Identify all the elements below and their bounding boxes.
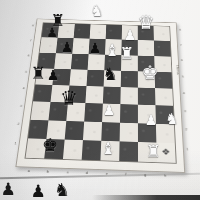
captured-black-knight[interactable]: ♞ [54, 181, 70, 199]
piece-white-pawn-g3[interactable]: ♟ [145, 113, 158, 127]
piece-white-king-g5[interactable]: ♚ [141, 63, 158, 82]
piece-black-king-b1[interactable]: ♚ [42, 136, 58, 154]
piece-black-pawn-d6[interactable]: ♟ [89, 41, 102, 55]
piece-white-rook-f6[interactable]: ♜ [120, 46, 134, 62]
piece-white-knight-d8[interactable]: ♞ [90, 4, 103, 19]
piece-black-rook-a5[interactable]: ♜ [30, 65, 45, 82]
piece-white-pawn-f7[interactable]: ♟ [124, 28, 137, 42]
piece-white-bishop-e1[interactable]: ♝ [101, 141, 115, 157]
captured-black-pawn[interactable]: ♟ [30, 183, 45, 200]
piece-black-knight-e5[interactable]: ♞ [102, 66, 117, 83]
piece-white-knight-h3[interactable]: ♞ [165, 112, 178, 127]
piece-white-pawn-e3[interactable]: ♟ [103, 103, 116, 117]
pieces-layer: ♞♛♟♝♜♚♟♟♞♝♜♜♟♟♟♜♟♞♛♚♟♟♞ [0, 0, 200, 200]
piece-black-queen-c3[interactable]: ♛ [60, 88, 78, 108]
captured-black-pawn[interactable]: ♟ [0, 181, 15, 198]
piece-white-bishop-e6[interactable]: ♝ [105, 43, 119, 59]
piece-black-pawn-b6[interactable]: ♟ [61, 40, 74, 54]
chessboard-photo: ❖ Chess abcdefgh8877665544332211 ♞♛♟♝♜♚♟… [0, 0, 200, 200]
piece-white-rook-g1[interactable]: ♜ [145, 143, 160, 160]
piece-black-pawn-a7[interactable]: ♟ [46, 26, 58, 39]
piece-white-queen-g7[interactable]: ♛ [137, 13, 154, 32]
piece-black-pawn-b5[interactable]: ♟ [47, 68, 60, 82]
